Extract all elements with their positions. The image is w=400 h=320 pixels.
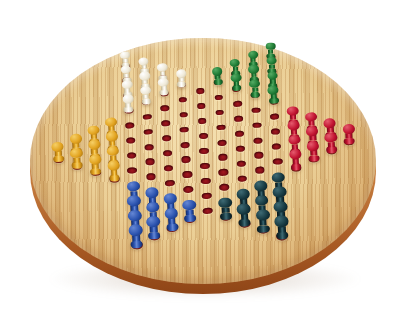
peg-base [109,174,120,181]
peg-red[interactable] [324,133,338,154]
peg-head [307,141,320,152]
peg-base [220,212,232,220]
peg-black[interactable] [255,209,271,234]
peg-base [213,79,222,85]
peg-head [140,86,151,95]
peg-base [276,231,289,239]
board-hole[interactable] [125,122,134,128]
peg-head [139,57,150,66]
board-hole[interactable] [219,184,229,191]
peg-yellow[interactable] [88,154,102,176]
peg-head [120,51,130,59]
peg-waist [252,87,258,92]
peg-white[interactable] [140,86,153,105]
peg-base [326,146,337,153]
peg-red[interactable] [342,124,356,145]
board-hole[interactable] [215,95,224,101]
peg-base [72,162,83,169]
peg-head [70,148,83,158]
board-hole[interactable] [197,103,206,109]
board-hole[interactable] [180,126,189,132]
peg-blue[interactable] [164,207,180,231]
board-hole[interactable] [200,163,210,170]
peg-base [344,138,355,145]
peg-head [105,117,117,127]
peg-head [287,106,299,116]
peg-waist [123,58,129,63]
peg-head [324,133,337,143]
peg-waist [269,64,275,69]
peg-head [107,160,120,171]
peg-white[interactable] [175,69,187,87]
peg-waist [259,220,267,226]
peg-head [248,65,259,74]
peg-white[interactable] [122,94,135,113]
peg-waist [186,209,194,215]
peg-blue[interactable] [128,224,145,249]
peg-waist [328,142,335,148]
peg-head [305,112,317,122]
peg-head [163,193,177,205]
peg-head [267,85,278,94]
board-hole[interactable] [179,112,188,118]
peg-head [249,79,260,88]
peg-black[interactable] [273,215,290,240]
board-hole[interactable] [218,169,228,176]
board-hole[interactable] [273,158,283,165]
peg-head [324,118,336,128]
board-hole[interactable] [217,139,227,146]
peg-head [265,42,275,50]
peg-head [274,215,289,227]
peg-green[interactable] [230,73,242,92]
board-hole[interactable] [218,154,228,161]
peg-blue[interactable] [146,216,162,241]
board-hole[interactable] [181,156,191,163]
board-hole[interactable] [201,177,211,184]
peg-base [130,240,143,248]
board-hole[interactable] [234,116,243,122]
peg-head [287,120,299,130]
peg-base [177,81,186,87]
chinese-checkers-photo [0,0,400,320]
peg-head [128,224,143,236]
peg-red[interactable] [288,149,303,171]
peg-base [184,215,196,223]
board-hole[interactable] [144,129,153,135]
peg-base [148,232,161,240]
board-hole[interactable] [161,105,170,111]
peg-head [267,71,278,80]
peg-yellow[interactable] [70,148,84,169]
peg-head [88,140,101,150]
board-hole[interactable] [235,146,245,153]
board-hole[interactable] [272,143,282,150]
peg-head [126,181,140,192]
board-hole[interactable] [183,186,193,193]
peg-head [182,199,196,211]
peg-head [342,124,355,134]
board-hole[interactable] [143,114,152,120]
peg-base [124,107,134,113]
peg-head [146,201,160,213]
board-hole[interactable] [201,192,211,199]
board-hole[interactable] [126,152,136,159]
board-hole[interactable] [252,107,261,113]
peg-yellow[interactable] [107,160,122,182]
board-hole[interactable] [237,175,247,182]
board-hole[interactable] [178,97,187,103]
peg-head [230,73,241,82]
peg-base [269,98,279,104]
board-hole[interactable] [236,160,246,167]
board-hole[interactable] [181,141,191,148]
peg-head [236,189,250,201]
peg-waist [143,94,149,99]
board-hole[interactable] [144,144,154,151]
peg-head [272,172,286,183]
peg-head [254,180,268,191]
peg-black[interactable] [236,203,252,227]
peg-head [230,59,241,68]
peg-head [122,94,133,103]
board-hole[interactable] [198,133,207,139]
peg-red[interactable] [306,141,320,163]
peg-head [247,50,258,59]
peg-black[interactable] [218,197,234,221]
peg-green[interactable] [267,85,280,104]
board-hole[interactable] [163,150,173,157]
peg-base [250,91,260,97]
peg-base [232,85,242,91]
peg-base [257,225,270,233]
board-grid [0,0,400,320]
peg-head [158,78,169,87]
peg-head [237,203,251,215]
board-hole[interactable] [126,137,135,143]
board-hole[interactable] [253,137,263,144]
board-hole[interactable] [196,88,205,94]
peg-head [288,135,301,145]
peg-yellow[interactable] [51,142,65,163]
peg-base [141,98,151,104]
peg-head [145,187,159,198]
board-hole[interactable] [145,158,155,165]
peg-head [272,186,286,198]
peg-head [89,154,102,165]
board-hole[interactable] [202,207,213,214]
peg-base [308,155,319,162]
peg-base [239,219,251,227]
board-hole[interactable] [270,113,279,119]
peg-head [146,216,161,228]
peg-head [212,67,223,76]
peg-head [176,69,187,78]
peg-head [106,131,118,141]
board-hole[interactable] [161,120,170,126]
board-hole[interactable] [146,173,156,180]
board-hole[interactable] [216,124,225,130]
board-hole[interactable] [198,118,207,124]
peg-head [121,65,132,74]
peg-head [289,149,302,160]
board-hole[interactable] [255,167,265,174]
board-hole[interactable] [253,122,262,128]
board-hole[interactable] [271,128,280,134]
board-hole[interactable] [182,171,192,178]
peg-white[interactable] [157,78,169,97]
peg-head [266,56,277,65]
peg-head [139,71,150,80]
board-hole[interactable] [215,109,224,115]
peg-green[interactable] [249,79,262,98]
peg-head [106,146,119,156]
board-hole[interactable] [233,101,242,107]
peg-head [306,126,319,136]
board-hole[interactable] [164,165,174,172]
peg-head [273,201,287,213]
board-hole[interactable] [162,135,171,141]
peg-base [53,155,64,162]
peg-base [159,90,169,96]
peg-waist [222,207,230,213]
board-hole[interactable] [127,167,137,174]
board-hole[interactable] [164,180,174,187]
board-hole[interactable] [235,131,244,137]
peg-head [218,197,232,209]
peg-waist [73,157,80,163]
board-hole[interactable] [254,152,264,159]
peg-base [90,168,101,175]
peg-head [52,142,65,152]
peg-head [128,210,142,222]
board-hole[interactable] [199,148,209,155]
peg-head [164,208,178,220]
peg-head [121,80,132,89]
peg-head [157,63,168,72]
peg-head [255,195,269,207]
peg-green[interactable] [212,67,224,85]
peg-base [166,223,178,231]
peg-waist [268,49,274,54]
peg-head [127,195,141,207]
peg-head [255,209,270,221]
peg-head [69,134,81,144]
peg-blue[interactable] [181,199,197,223]
peg-base [290,163,301,170]
peg-head [87,125,99,135]
